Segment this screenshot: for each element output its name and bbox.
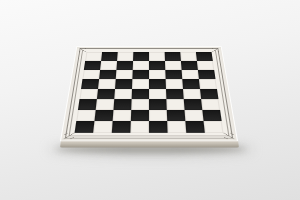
square-a5[interactable] xyxy=(81,79,99,89)
square-f2[interactable] xyxy=(167,110,186,121)
square-c5[interactable] xyxy=(115,79,132,89)
square-g8[interactable] xyxy=(180,52,197,61)
square-d2[interactable] xyxy=(131,110,149,121)
square-e5[interactable] xyxy=(149,79,166,89)
square-a6[interactable] xyxy=(82,70,100,79)
square-f8[interactable] xyxy=(165,52,181,61)
square-e3[interactable] xyxy=(149,99,167,110)
square-b5[interactable] xyxy=(98,79,116,89)
square-b4[interactable] xyxy=(97,89,115,99)
square-c7[interactable] xyxy=(116,61,133,70)
square-g5[interactable] xyxy=(182,79,200,89)
square-a4[interactable] xyxy=(79,89,98,99)
square-f6[interactable] xyxy=(165,70,182,79)
square-c4[interactable] xyxy=(114,89,132,99)
square-g2[interactable] xyxy=(185,110,204,121)
photo-background xyxy=(0,0,300,200)
square-d5[interactable] xyxy=(132,79,149,89)
square-c2[interactable] xyxy=(113,110,132,121)
square-g6[interactable] xyxy=(182,70,199,79)
square-e2[interactable] xyxy=(149,110,167,121)
square-a8[interactable] xyxy=(85,52,102,61)
square-d3[interactable] xyxy=(131,99,149,110)
square-b7[interactable] xyxy=(100,61,117,70)
square-h6[interactable] xyxy=(198,70,216,79)
square-d7[interactable] xyxy=(133,61,149,70)
square-e6[interactable] xyxy=(149,70,166,79)
square-e7[interactable] xyxy=(149,61,165,70)
board-scene xyxy=(60,46,238,141)
board-grid xyxy=(75,52,224,133)
square-c8[interactable] xyxy=(117,52,133,61)
corner-ornament-top-right xyxy=(211,48,220,52)
square-a3[interactable] xyxy=(78,99,97,110)
square-h8[interactable] xyxy=(196,52,213,61)
square-f1[interactable] xyxy=(167,121,186,133)
square-c6[interactable] xyxy=(116,70,133,79)
square-c3[interactable] xyxy=(113,99,131,110)
corner-ornament-bottom-left xyxy=(64,133,75,139)
square-h1[interactable] xyxy=(204,121,224,133)
square-d1[interactable] xyxy=(130,121,149,133)
square-h5[interactable] xyxy=(199,79,217,89)
square-b1[interactable] xyxy=(93,121,112,133)
square-h3[interactable] xyxy=(201,99,220,110)
square-d6[interactable] xyxy=(132,70,149,79)
square-a1[interactable] xyxy=(75,121,95,133)
square-a2[interactable] xyxy=(76,110,95,121)
square-g4[interactable] xyxy=(183,89,201,99)
square-f4[interactable] xyxy=(166,89,184,99)
square-e1[interactable] xyxy=(149,121,168,133)
square-g7[interactable] xyxy=(181,61,198,70)
square-h2[interactable] xyxy=(202,110,221,121)
square-g1[interactable] xyxy=(185,121,204,133)
square-d8[interactable] xyxy=(133,52,149,61)
square-a7[interactable] xyxy=(84,61,101,70)
square-e4[interactable] xyxy=(149,89,166,99)
square-e8[interactable] xyxy=(149,52,165,61)
corner-ornament-bottom-right xyxy=(223,133,234,139)
square-b8[interactable] xyxy=(101,52,118,61)
square-b3[interactable] xyxy=(96,99,115,110)
square-h4[interactable] xyxy=(200,89,219,99)
square-g3[interactable] xyxy=(184,99,203,110)
square-b6[interactable] xyxy=(99,70,116,79)
square-c1[interactable] xyxy=(112,121,131,133)
square-f3[interactable] xyxy=(166,99,184,110)
checkerboard xyxy=(60,46,238,141)
square-b2[interactable] xyxy=(94,110,113,121)
square-f5[interactable] xyxy=(166,79,183,89)
square-f7[interactable] xyxy=(165,61,182,70)
square-d4[interactable] xyxy=(132,89,149,99)
square-h7[interactable] xyxy=(197,61,214,70)
